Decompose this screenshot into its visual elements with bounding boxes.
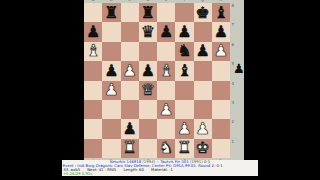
- square-e7[interactable]: ♟: [157, 22, 175, 41]
- black-pawn: ♟: [195, 43, 209, 59]
- black-rook: ♜: [104, 5, 118, 21]
- square-f3[interactable]: [175, 100, 193, 119]
- rank-label-1: 1: [230, 139, 244, 158]
- square-c5[interactable]: ♟: [121, 61, 139, 80]
- square-e5[interactable]: ♝: [157, 61, 175, 80]
- square-d5[interactable]: ♟: [139, 61, 157, 80]
- file-label-b: b: [102, 0, 120, 2]
- square-f1[interactable]: ♜: [175, 139, 193, 158]
- file-label-a: a: [84, 0, 102, 2]
- square-a8[interactable]: [84, 3, 102, 22]
- square-c4[interactable]: [121, 81, 139, 100]
- square-b1[interactable]: [102, 139, 120, 158]
- file-labels-top: abcdefgh: [84, 0, 230, 2]
- file-label-g: g: [194, 0, 212, 2]
- square-g2[interactable]: ♟: [194, 119, 212, 138]
- square-d4[interactable]: ♛: [139, 81, 157, 100]
- white-queen: ♛: [141, 82, 155, 98]
- square-h4[interactable]: [212, 81, 230, 100]
- black-rook: ♜: [141, 5, 155, 21]
- square-f8[interactable]: [175, 3, 193, 22]
- square-c1[interactable]: ♜: [121, 139, 139, 158]
- white-pawn: ♟: [177, 121, 191, 137]
- black-pawn: ♟: [177, 24, 191, 40]
- square-c8[interactable]: [121, 3, 139, 22]
- square-a5[interactable]: [84, 61, 102, 80]
- caption-text-block: Keturkis 146918 (1994) -- Tautvis Fin 50…: [62, 160, 258, 176]
- square-g5[interactable]: [194, 61, 212, 80]
- square-d1[interactable]: [139, 139, 157, 158]
- black-knight: ♞: [177, 43, 191, 59]
- square-b4[interactable]: ♟: [102, 81, 120, 100]
- square-b3[interactable]: [102, 100, 120, 119]
- white-pawn: ♟: [214, 43, 228, 59]
- engine-eval-line: +0.26/29 0.91s: [62, 172, 258, 176]
- square-c2[interactable]: ♟: [121, 119, 139, 138]
- square-b8[interactable]: ♜: [102, 3, 120, 22]
- white-pawn: ♟: [122, 63, 136, 79]
- square-a7[interactable]: ♟: [84, 22, 102, 41]
- square-c7[interactable]: [121, 22, 139, 41]
- black-pawn: ♟: [214, 24, 228, 40]
- square-e2[interactable]: [157, 119, 175, 138]
- white-bishop: ♝: [86, 43, 100, 59]
- square-h8[interactable]: ♝: [212, 3, 230, 22]
- square-d7[interactable]: ♛: [139, 22, 157, 41]
- square-b5[interactable]: ♟: [102, 61, 120, 80]
- white-pawn: ♟: [195, 121, 209, 137]
- file-label-h: h: [212, 0, 230, 2]
- square-g7[interactable]: [194, 22, 212, 41]
- square-h7[interactable]: ♟: [212, 22, 230, 41]
- chess-board: ♜♜♚♝♟♛♟♟♟♝♞♟♟♟♟♟♝♝♟♛♟♟♟♟♜♞♜♚: [84, 3, 230, 158]
- event-result: 0-1: [216, 164, 222, 168]
- square-g4[interactable]: [194, 81, 212, 100]
- square-g3[interactable]: [194, 100, 212, 119]
- square-b6[interactable]: [102, 42, 120, 61]
- file-label-f: f: [175, 0, 193, 2]
- square-d3[interactable]: [139, 100, 157, 119]
- file-label-c: c: [121, 0, 139, 2]
- black-bishop: ♝: [214, 5, 228, 21]
- engine-eval: +0.26/29 0.91s: [63, 172, 93, 176]
- rank-label-2: 2: [230, 119, 244, 138]
- black-king: ♚: [195, 5, 209, 21]
- square-c3[interactable]: [121, 100, 139, 119]
- rank-label-8: 8: [230, 3, 244, 22]
- square-f6[interactable]: ♞: [175, 42, 193, 61]
- rank-label-7: 7: [230, 22, 244, 41]
- square-h5[interactable]: [212, 61, 230, 80]
- rank-labels: 87654321: [230, 3, 244, 158]
- square-e6[interactable]: [157, 42, 175, 61]
- square-f4[interactable]: [175, 81, 193, 100]
- square-f5[interactable]: ♝: [175, 61, 193, 80]
- square-h3[interactable]: [212, 100, 230, 119]
- file-label-d: d: [139, 0, 157, 2]
- rank-label-3: 3: [230, 100, 244, 119]
- black-pawn: ♟: [141, 63, 155, 79]
- square-e4[interactable]: [157, 81, 175, 100]
- square-g6[interactable]: ♟: [194, 42, 212, 61]
- square-f7[interactable]: ♟: [175, 22, 193, 41]
- file-label-e: e: [157, 0, 175, 2]
- white-knight: ♞: [159, 140, 173, 156]
- square-h2[interactable]: [212, 119, 230, 138]
- square-g8[interactable]: ♚: [194, 3, 212, 22]
- black-queen: ♛: [141, 24, 155, 40]
- white-king: ♚: [195, 140, 209, 156]
- caption-bar: Keturkis 146918 (1994) -- Tautvis Fin 50…: [62, 160, 258, 176]
- square-h6[interactable]: ♟: [212, 42, 230, 61]
- square-e8[interactable]: [157, 3, 175, 22]
- square-h1[interactable]: [212, 139, 230, 158]
- square-a3[interactable]: [84, 100, 102, 119]
- black-pawn: ♟: [86, 24, 100, 40]
- video-frame: abcdefgh ♜♜♚♝♟♛♟♟♟♝♞♟♟♟♟♟♝♝♟♛♟♟♟♟♜♞♜♚ ab…: [0, 0, 320, 180]
- square-d6[interactable]: [139, 42, 157, 61]
- black-pawn: ♟: [104, 63, 118, 79]
- black-pawn: ♟: [122, 121, 136, 137]
- rank-label-6: 6: [230, 42, 244, 61]
- black-pawn: ♟: [159, 24, 173, 40]
- square-b7[interactable]: [102, 22, 120, 41]
- square-d8[interactable]: ♜: [139, 3, 157, 22]
- white-rook: ♜: [177, 140, 191, 156]
- square-a6[interactable]: ♝: [84, 42, 102, 61]
- material-balance: Material: -1: [151, 168, 173, 172]
- square-e1[interactable]: ♞: [157, 139, 175, 158]
- square-b2[interactable]: [102, 119, 120, 138]
- captured-pawn-indicator: ♟: [233, 62, 245, 75]
- square-a2[interactable]: [84, 119, 102, 138]
- rank-label-4: 4: [230, 81, 244, 100]
- white-bishop: ♝: [159, 63, 173, 79]
- white-rook: ♜: [122, 140, 136, 156]
- square-a4[interactable]: [84, 81, 102, 100]
- chess-board-frame: abcdefgh ♜♜♚♝♟♛♟♟♟♝♞♟♟♟♟♟♝♝♟♛♟♟♟♟♜♞♜♚ ab…: [84, 0, 244, 163]
- square-a1[interactable]: [84, 139, 102, 158]
- white-pawn: ♟: [159, 102, 173, 118]
- white-pawn: ♟: [104, 82, 118, 98]
- black-bishop: ♝: [177, 63, 191, 79]
- square-c6[interactable]: [121, 42, 139, 61]
- square-g1[interactable]: ♚: [194, 139, 212, 158]
- square-e3[interactable]: ♟: [157, 100, 175, 119]
- square-d2[interactable]: [139, 119, 157, 138]
- game-length: Length: 60: [123, 168, 144, 172]
- square-f2[interactable]: ♟: [175, 119, 193, 138]
